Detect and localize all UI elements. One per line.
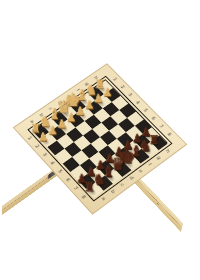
piece-white-pawn-d2: ♟ (66, 112, 76, 123)
coord-label-5: 5 (57, 169, 63, 174)
piece-white-pawn-a2: ♟ (38, 131, 48, 143)
coord-label-b: b (110, 189, 116, 194)
piece-white-pawn-b2: ♟ (48, 125, 58, 137)
screw-icon (157, 203, 159, 205)
coord-label-1: 1 (112, 77, 118, 82)
coord-label-a: a (101, 196, 107, 201)
piece-white-pawn-c2: ♟ (57, 118, 67, 129)
piece-white-pawn-f2: ♟ (85, 99, 95, 110)
coord-label-8: 8 (81, 194, 87, 199)
piece-white-pawn-h2: ♟ (103, 87, 113, 98)
coord-label-f: f (148, 162, 153, 166)
coord-label-8: 8 (167, 132, 173, 137)
coord-label-4: 4 (135, 100, 141, 105)
board-top-surface: 12345678 12345678 hgfedcba hgfedcba ♜♟♟♜… (13, 63, 188, 214)
coord-label-h: h (165, 148, 171, 153)
coord-label-5: 5 (143, 108, 149, 113)
coord-label-3: 3 (128, 92, 134, 97)
coord-label-d: d (129, 175, 135, 180)
play-area: ♜♟♟♜♞♟♟♞♝♟♟♝♚♟♟♚♛♟♟♛♝♟♟♝♞♟♟♞♜♟♟♜ (28, 75, 173, 201)
coord-label-e: e (138, 168, 144, 173)
coord-label-2: 2 (120, 84, 126, 89)
piece-black-rook-a8: ♜ (84, 180, 96, 193)
coord-label-6: 6 (151, 116, 157, 121)
coord-label-7: 7 (159, 124, 165, 129)
square-h8: ♜ (151, 136, 168, 151)
coord-label-3: 3 (42, 152, 48, 157)
product-photo: 12345678 12345678 hgfedcba hgfedcba ♜♟♟♜… (0, 0, 200, 280)
coord-label-g: g (156, 155, 162, 160)
piece-white-pawn-g2: ♟ (94, 93, 104, 104)
coord-label-c: c (120, 182, 126, 187)
coord-label-4: 4 (50, 160, 56, 165)
coord-label-6: 6 (65, 177, 71, 182)
coord-label-2: 2 (34, 144, 40, 149)
coord-label-1: 1 (27, 135, 33, 140)
coord-label-7: 7 (73, 186, 79, 191)
piece-white-pawn-e2: ♟ (76, 106, 86, 117)
square-d3 (75, 121, 92, 136)
